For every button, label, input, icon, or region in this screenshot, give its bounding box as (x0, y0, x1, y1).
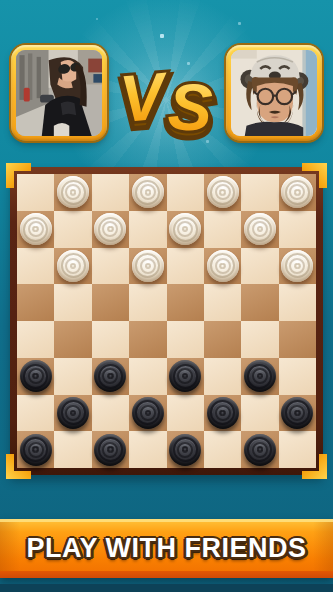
vs-emblem: V S V S (111, 50, 223, 154)
cell-f5[interactable] (204, 284, 241, 321)
white-checker-piece[interactable] (57, 176, 89, 208)
cell-e7[interactable] (167, 211, 204, 248)
cell-f7[interactable] (204, 211, 241, 248)
cell-c4[interactable] (92, 321, 129, 358)
cell-a7[interactable] (17, 211, 54, 248)
black-checker-piece[interactable] (244, 434, 276, 466)
cell-a3[interactable] (17, 358, 54, 395)
white-checker-piece[interactable] (57, 250, 89, 282)
cell-f8[interactable] (204, 174, 241, 211)
cell-h5[interactable] (279, 284, 316, 321)
svg-text:S: S (166, 69, 214, 145)
cell-d4[interactable] (129, 321, 166, 358)
player2-photo (231, 50, 317, 136)
cell-g6[interactable] (241, 248, 278, 285)
cell-c6[interactable] (92, 248, 129, 285)
cell-h4[interactable] (279, 321, 316, 358)
cell-g8[interactable] (241, 174, 278, 211)
sparkle (238, 22, 241, 25)
cell-d7[interactable] (129, 211, 166, 248)
checkers-board (10, 167, 323, 475)
white-checker-piece[interactable] (281, 176, 313, 208)
cell-b6[interactable] (54, 248, 91, 285)
black-checker-piece[interactable] (94, 434, 126, 466)
cell-c7[interactable] (92, 211, 129, 248)
cell-d8[interactable] (129, 174, 166, 211)
black-checker-piece[interactable] (244, 360, 276, 392)
cell-a6[interactable] (17, 248, 54, 285)
cell-c1[interactable] (92, 431, 129, 468)
play-with-friends-button[interactable]: PLAY WITH FRIENDS (0, 519, 333, 578)
sparkle (160, 34, 164, 38)
white-checker-piece[interactable] (207, 176, 239, 208)
cell-d1[interactable] (129, 431, 166, 468)
cell-g7[interactable] (241, 211, 278, 248)
white-checker-piece[interactable] (132, 176, 164, 208)
bottom-strip (0, 584, 333, 592)
black-checker-piece[interactable] (281, 397, 313, 429)
player2-avatar[interactable] (226, 45, 322, 141)
cell-e5[interactable] (167, 284, 204, 321)
black-checker-piece[interactable] (57, 397, 89, 429)
app-screen: V S V S (0, 0, 333, 592)
white-checker-piece[interactable] (207, 250, 239, 282)
black-checker-piece[interactable] (132, 397, 164, 429)
cell-e8[interactable] (167, 174, 204, 211)
cell-g5[interactable] (241, 284, 278, 321)
black-checker-piece[interactable] (20, 434, 52, 466)
cell-b5[interactable] (54, 284, 91, 321)
cell-g1[interactable] (241, 431, 278, 468)
white-checker-piece[interactable] (281, 250, 313, 282)
cell-h2[interactable] (279, 395, 316, 432)
cell-b3[interactable] (54, 358, 91, 395)
cell-d6[interactable] (129, 248, 166, 285)
cell-a5[interactable] (17, 284, 54, 321)
board-grid (17, 174, 316, 468)
sparkle (96, 18, 98, 20)
cell-g3[interactable] (241, 358, 278, 395)
cell-h6[interactable] (279, 248, 316, 285)
white-checker-piece[interactable] (20, 213, 52, 245)
cell-e2[interactable] (167, 395, 204, 432)
black-checker-piece[interactable] (94, 360, 126, 392)
cell-b2[interactable] (54, 395, 91, 432)
cell-b8[interactable] (54, 174, 91, 211)
vs-text: V (117, 58, 172, 136)
cell-g4[interactable] (241, 321, 278, 358)
cell-h3[interactable] (279, 358, 316, 395)
cell-f3[interactable] (204, 358, 241, 395)
cell-e3[interactable] (167, 358, 204, 395)
white-checker-piece[interactable] (244, 213, 276, 245)
cell-a8[interactable] (17, 174, 54, 211)
cell-d5[interactable] (129, 284, 166, 321)
cell-b4[interactable] (54, 321, 91, 358)
cell-f1[interactable] (204, 431, 241, 468)
white-checker-piece[interactable] (169, 213, 201, 245)
cell-c5[interactable] (92, 284, 129, 321)
cell-e4[interactable] (167, 321, 204, 358)
cell-e6[interactable] (167, 248, 204, 285)
cell-a2[interactable] (17, 395, 54, 432)
cell-h7[interactable] (279, 211, 316, 248)
cell-f4[interactable] (204, 321, 241, 358)
cell-e1[interactable] (167, 431, 204, 468)
cell-b1[interactable] (54, 431, 91, 468)
black-checker-piece[interactable] (169, 434, 201, 466)
cell-g2[interactable] (241, 395, 278, 432)
player1-photo (16, 50, 102, 136)
black-checker-piece[interactable] (20, 360, 52, 392)
white-checker-piece[interactable] (132, 250, 164, 282)
cell-d2[interactable] (129, 395, 166, 432)
cell-d3[interactable] (129, 358, 166, 395)
cell-h1[interactable] (279, 431, 316, 468)
cell-a4[interactable] (17, 321, 54, 358)
player1-avatar[interactable] (11, 45, 107, 141)
cell-h8[interactable] (279, 174, 316, 211)
white-checker-piece[interactable] (94, 213, 126, 245)
cell-c3[interactable] (92, 358, 129, 395)
cell-c8[interactable] (92, 174, 129, 211)
play-with-friends-label: PLAY WITH FRIENDS (0, 519, 333, 575)
black-checker-piece[interactable] (169, 360, 201, 392)
cell-f6[interactable] (204, 248, 241, 285)
cell-b7[interactable] (54, 211, 91, 248)
cell-c2[interactable] (92, 395, 129, 432)
cell-f2[interactable] (204, 395, 241, 432)
black-checker-piece[interactable] (207, 397, 239, 429)
cell-a1[interactable] (17, 431, 54, 468)
